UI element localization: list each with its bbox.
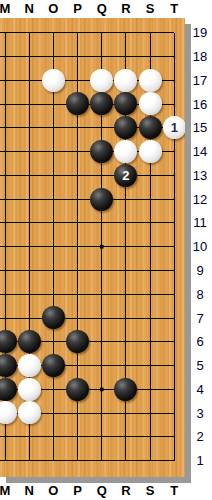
black-stone-N6 [18, 330, 41, 353]
black-stone-P4 [66, 378, 89, 401]
move-number-1: 1 [171, 121, 178, 134]
cell-S16 [138, 92, 162, 116]
column-label-O: O [41, 482, 65, 500]
column-label-R: R [114, 482, 138, 500]
white-stone-T15: 1 [163, 116, 185, 139]
cell-M6 [0, 330, 17, 354]
cell-P4 [65, 377, 89, 401]
row-label-10: 10 [190, 237, 210, 256]
black-stone-O5 [42, 354, 65, 377]
board-surface[interactable]: 21 [0, 21, 185, 473]
row-label-13: 13 [190, 166, 210, 185]
row-label-12: 12 [190, 190, 210, 209]
row-label-18: 18 [190, 47, 210, 66]
column-label-T: T [162, 482, 186, 500]
column-label-N: N [17, 0, 41, 18]
row-label-5: 5 [190, 356, 210, 375]
black-stone-M4 [0, 378, 17, 401]
black-stone-M5 [0, 354, 17, 377]
cell-R13: 2 [114, 163, 138, 187]
cell-M4 [0, 377, 17, 401]
white-stone-S14 [139, 140, 162, 163]
white-stone-R17 [114, 69, 137, 92]
column-label-P: P [66, 0, 90, 18]
cell-R14 [114, 140, 138, 164]
row-label-7: 7 [190, 309, 210, 328]
black-stone-S15 [139, 116, 162, 139]
white-stone-N3 [18, 401, 41, 424]
cell-Q17 [90, 68, 114, 92]
cell-R15 [114, 116, 138, 140]
cell-S17 [138, 68, 162, 92]
white-stone-O17 [42, 69, 65, 92]
cell-O5 [41, 354, 65, 378]
go-diagram: MNOPQRST 21 1918171615141312111098765432… [0, 0, 212, 500]
cell-S15 [138, 116, 162, 140]
cell-N3 [17, 401, 41, 425]
black-stone-R4 [114, 378, 137, 401]
row-labels-right: 19181716151413121110987654321 [190, 0, 212, 500]
cell-M5 [0, 354, 17, 378]
column-label-S: S [138, 0, 162, 18]
row-label-19: 19 [190, 23, 210, 42]
cell-R17 [114, 68, 138, 92]
column-label-M: M [0, 0, 17, 18]
cell-O17 [41, 68, 65, 92]
cell-R16 [114, 92, 138, 116]
cell-S14 [138, 140, 162, 164]
row-label-14: 14 [190, 142, 210, 161]
cell-P6 [65, 330, 89, 354]
row-label-3: 3 [190, 404, 210, 423]
black-stone-Q12 [90, 188, 113, 211]
black-stone-P6 [66, 330, 89, 353]
cell-Q12 [90, 187, 114, 211]
row-label-8: 8 [190, 285, 210, 304]
white-stone-Q17 [90, 69, 113, 92]
cell-Q16 [90, 92, 114, 116]
row-label-1: 1 [190, 451, 210, 470]
cell-T15: 1 [162, 116, 185, 140]
row-label-11: 11 [190, 213, 210, 232]
white-stone-M3 [0, 401, 17, 424]
move-number-2: 2 [122, 169, 129, 182]
column-label-Q: Q [90, 0, 114, 18]
column-label-P: P [66, 482, 90, 500]
cell-Q14 [90, 140, 114, 164]
column-label-N: N [17, 482, 41, 500]
row-label-9: 9 [190, 261, 210, 280]
cell-N4 [17, 377, 41, 401]
cell-N5 [17, 354, 41, 378]
white-stone-S16 [139, 92, 162, 115]
row-label-4: 4 [190, 380, 210, 399]
row-label-2: 2 [190, 427, 210, 446]
white-stone-N5 [18, 354, 41, 377]
black-stone-R13: 2 [114, 164, 137, 187]
column-label-Q: Q [90, 482, 114, 500]
cell-O7 [41, 306, 65, 330]
white-stone-R14 [114, 140, 137, 163]
column-label-O: O [41, 0, 65, 18]
black-stone-P16 [66, 92, 89, 115]
go-board: 21 [0, 18, 185, 477]
row-label-6: 6 [190, 332, 210, 351]
column-labels-bottom: MNOPQRST [0, 482, 212, 500]
black-stone-M6 [0, 330, 17, 353]
column-label-R: R [114, 0, 138, 18]
white-stone-N4 [18, 378, 41, 401]
black-stone-R16 [114, 92, 137, 115]
black-stone-R15 [114, 116, 137, 139]
black-stone-O7 [42, 306, 65, 329]
black-stone-Q14 [90, 140, 113, 163]
white-stone-S17 [139, 69, 162, 92]
column-label-S: S [138, 482, 162, 500]
row-label-16: 16 [190, 95, 210, 114]
row-label-17: 17 [190, 71, 210, 90]
cell-R4 [114, 377, 138, 401]
cell-M3 [0, 401, 17, 425]
column-label-T: T [162, 0, 186, 18]
black-stone-Q16 [90, 92, 113, 115]
row-label-15: 15 [190, 118, 210, 137]
column-label-M: M [0, 482, 17, 500]
cell-N6 [17, 330, 41, 354]
column-labels-top: MNOPQRST [0, 0, 212, 18]
cell-P16 [65, 92, 89, 116]
